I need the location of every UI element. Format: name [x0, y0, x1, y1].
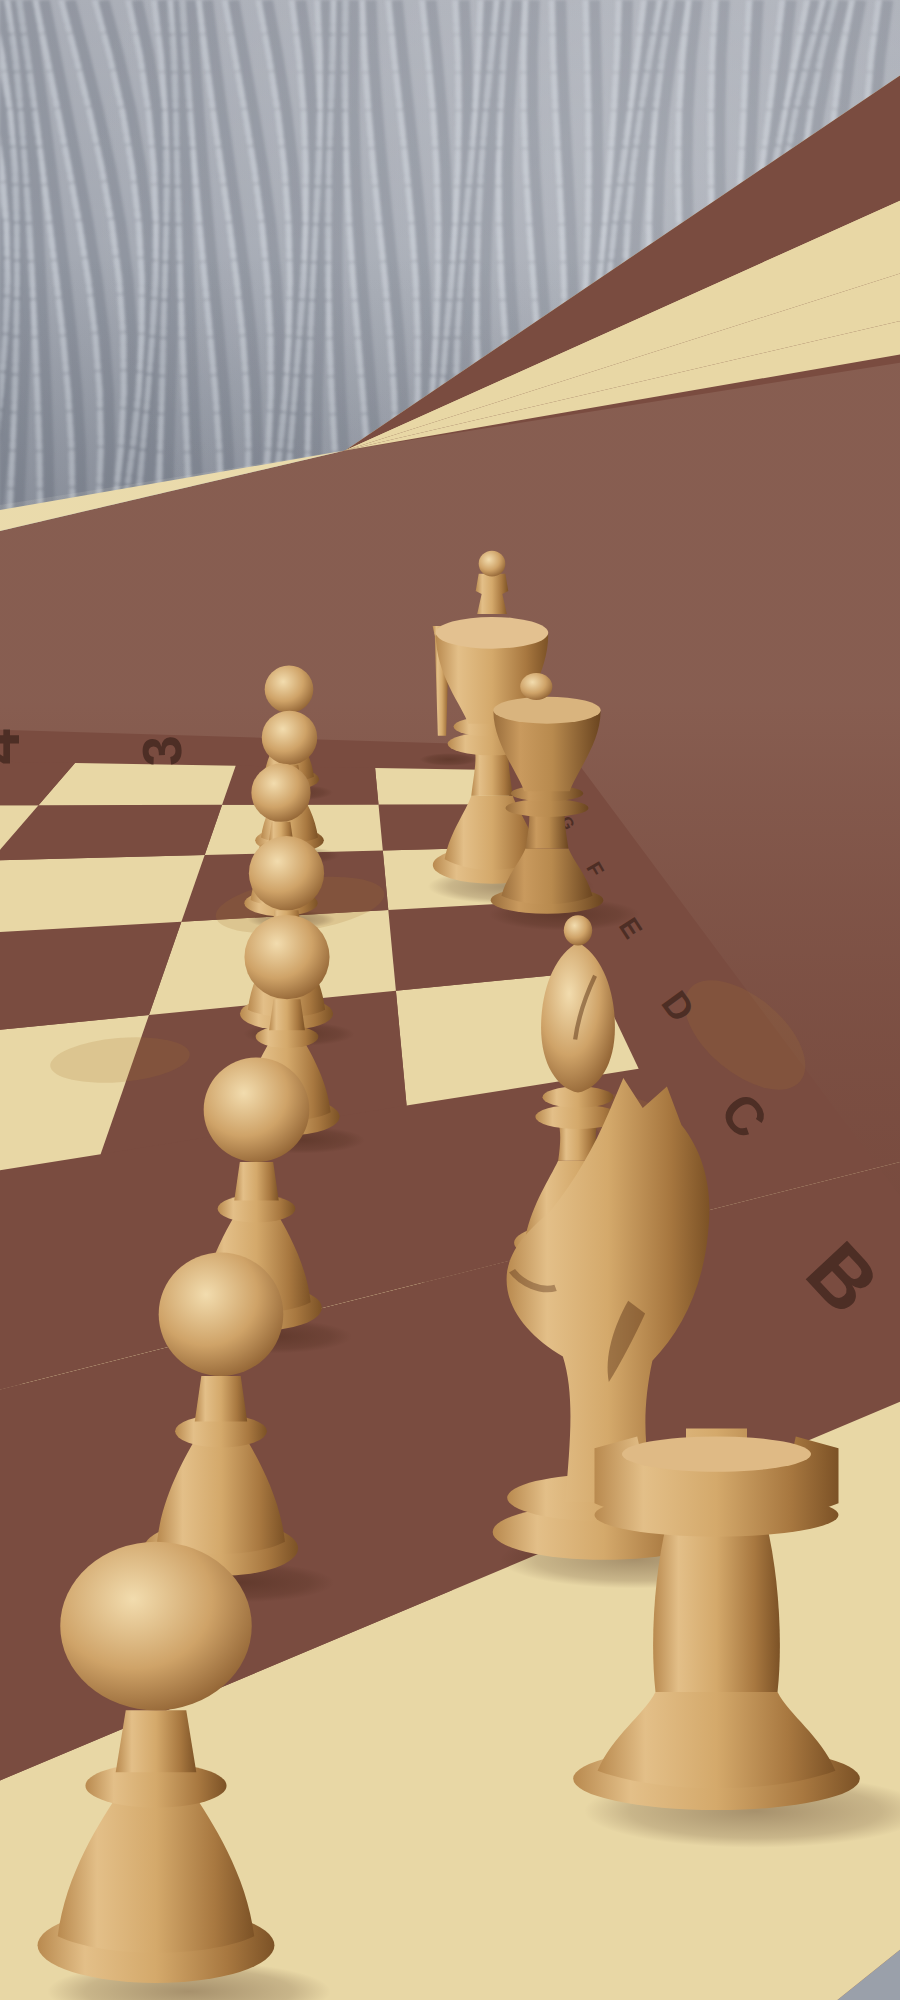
photo-stage: BCDEFG34 Low-angle photograph of a woode…: [0, 0, 900, 2000]
piece-white-rook-a1: [564, 1342, 869, 1814]
pieces-layer: [0, 0, 900, 2000]
piece-white-pawn-a2: [30, 1462, 282, 1994]
piece-white-queen-d1: [480, 646, 614, 916]
